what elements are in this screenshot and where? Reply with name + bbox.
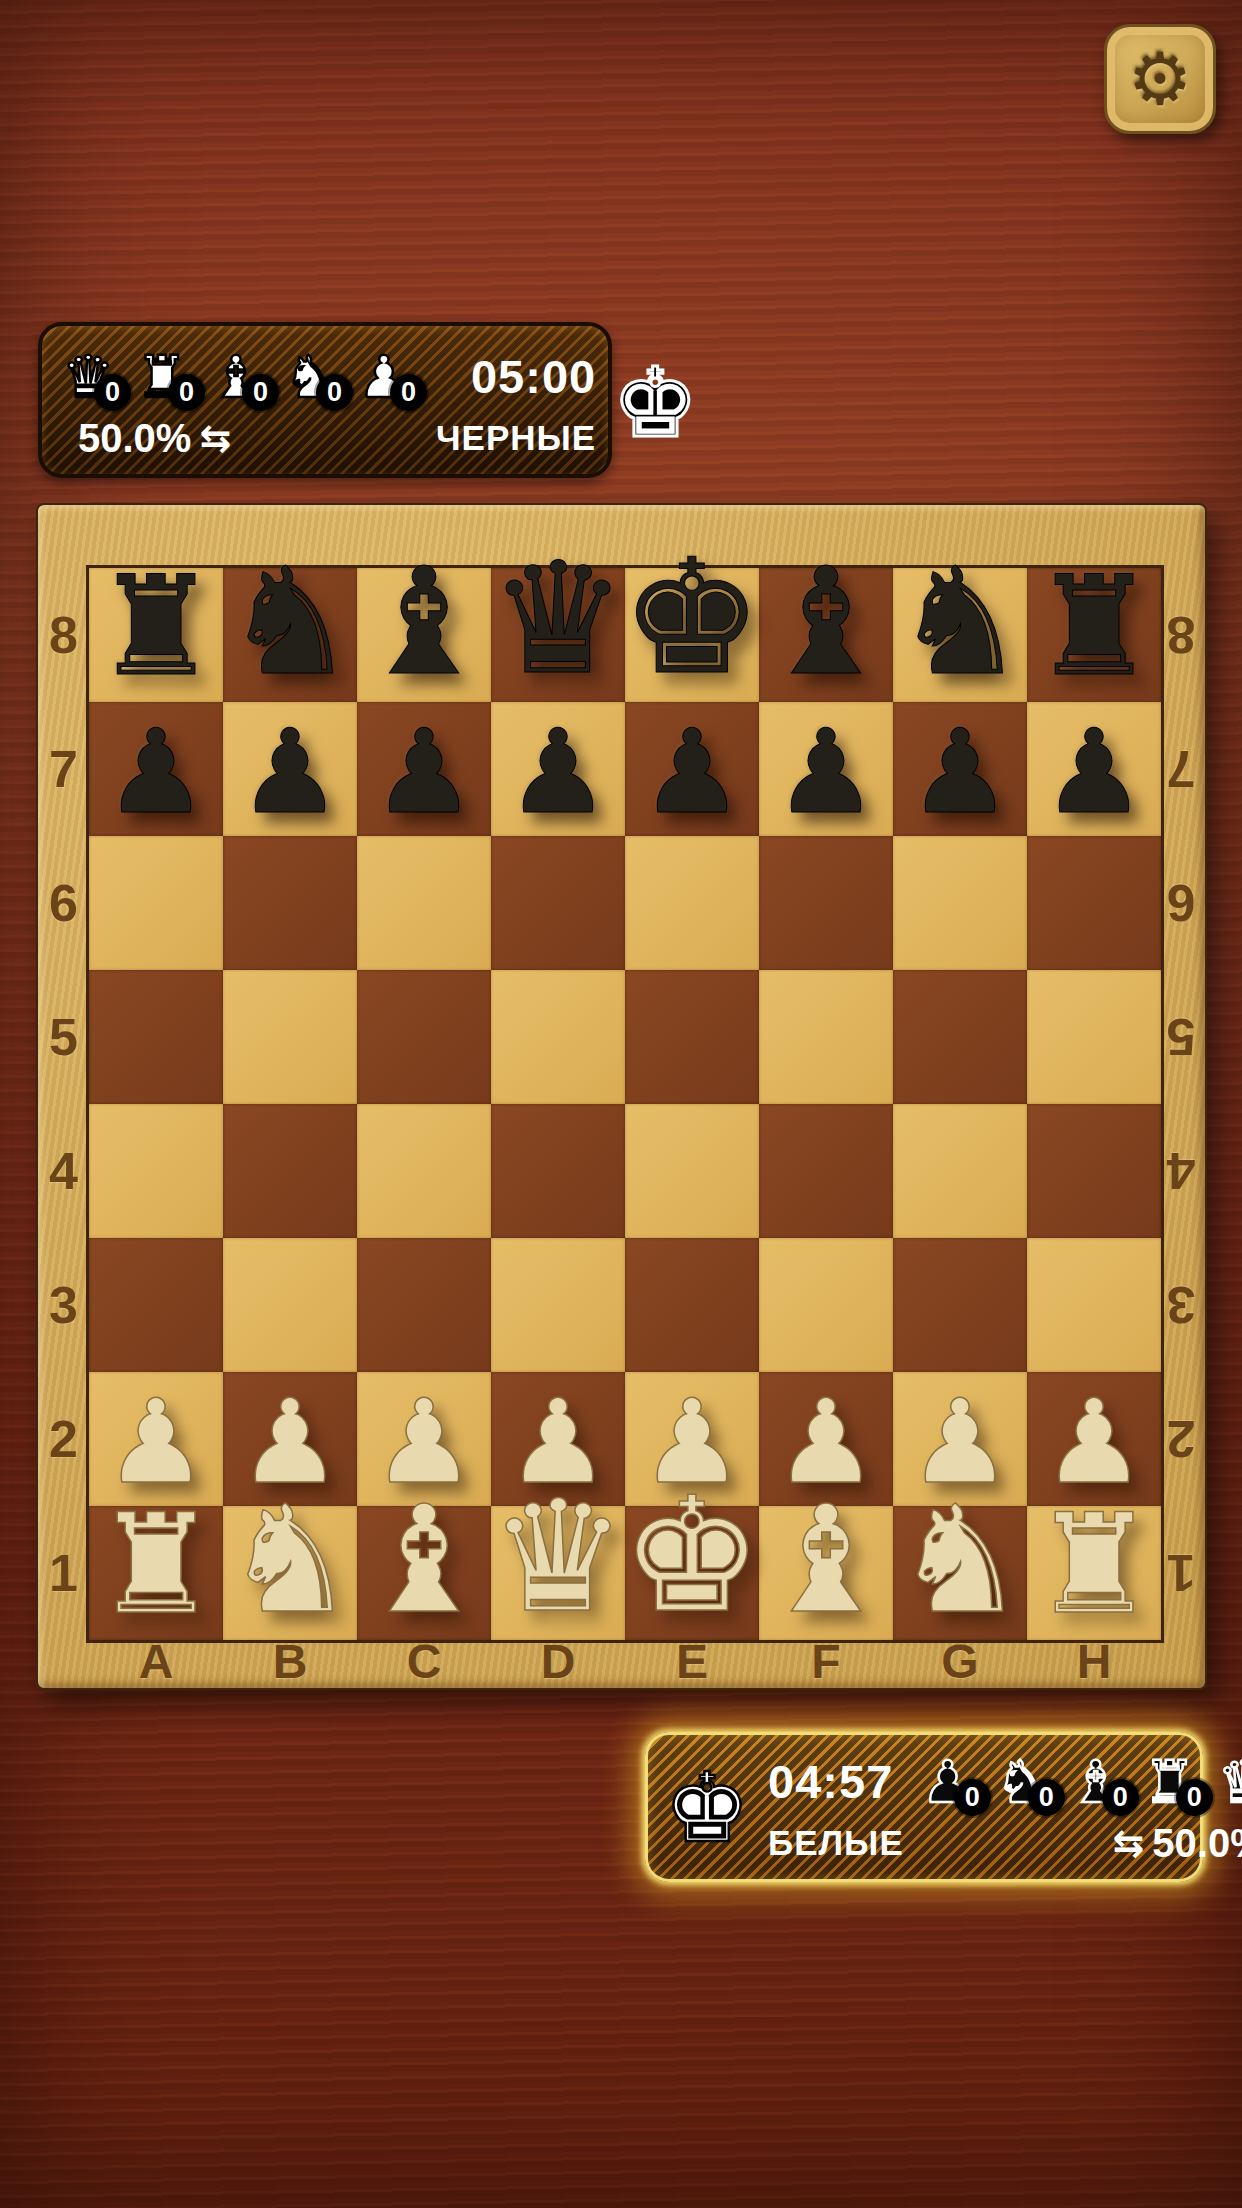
- black-clock: 05:00: [471, 352, 596, 401]
- square-f7[interactable]: ♟: [759, 702, 893, 836]
- swap-arrows-icon: ⇆: [199, 419, 231, 457]
- piece-white-knight[interactable]: ♞: [894, 1486, 1027, 1634]
- captured-pawn-count: 0: [954, 1779, 991, 1816]
- black-player-label: ЧЕРНЫЕ: [436, 419, 596, 458]
- piece-black-pawn[interactable]: ♟: [238, 714, 342, 830]
- square-f5[interactable]: [759, 970, 893, 1104]
- square-d3[interactable]: [491, 1238, 625, 1372]
- captured-queen-icon: ♛0: [1218, 1753, 1242, 1811]
- black-win-percent: 50.0% ⇆: [62, 418, 231, 458]
- piece-white-rook[interactable]: ♜: [1032, 1496, 1156, 1634]
- rank-labels-left: 87654321: [38, 568, 89, 1640]
- white-win-percent-value: 50.0%: [1152, 1823, 1242, 1863]
- piece-white-king[interactable]: ♚: [621, 1476, 763, 1634]
- rank-label-6-right: 6: [1157, 836, 1205, 970]
- square-a8[interactable]: ♜: [89, 568, 223, 702]
- square-h3[interactable]: [1027, 1238, 1161, 1372]
- white-clock: 04:57: [768, 1757, 893, 1806]
- piece-black-queen[interactable]: ♛: [489, 542, 627, 696]
- square-a6[interactable]: [89, 836, 223, 970]
- black-win-percent-value: 50.0%: [78, 418, 191, 458]
- piece-black-bishop[interactable]: ♝: [760, 548, 893, 696]
- square-e3[interactable]: [625, 1238, 759, 1372]
- square-e8[interactable]: ♚: [625, 568, 759, 702]
- settings-button[interactable]: ⚙: [1104, 24, 1216, 134]
- square-b7[interactable]: ♟: [223, 702, 357, 836]
- white-king-icon: ♚: [664, 1760, 750, 1856]
- square-h5[interactable]: [1027, 970, 1161, 1104]
- square-c7[interactable]: ♟: [357, 702, 491, 836]
- captured-pawn-count: 0: [390, 374, 427, 411]
- square-h6[interactable]: [1027, 836, 1161, 970]
- rank-label-3-right: 3: [1157, 1238, 1205, 1372]
- captured-pawn-icon: ♟0: [922, 1753, 974, 1811]
- rank-label-2-left: 2: [38, 1372, 89, 1506]
- swap-arrows-icon: ⇆: [1112, 1824, 1144, 1862]
- rank-label-1-right: 1: [1157, 1506, 1205, 1640]
- square-f4[interactable]: [759, 1104, 893, 1238]
- rank-label-7-left: 7: [38, 702, 89, 836]
- square-g5[interactable]: [893, 970, 1027, 1104]
- captured-knight-icon: ♞0: [284, 348, 336, 406]
- piece-black-rook[interactable]: ♜: [94, 558, 218, 696]
- captured-rook-count: 0: [1176, 1779, 1213, 1816]
- square-g8[interactable]: ♞: [893, 568, 1027, 702]
- square-g4[interactable]: [893, 1104, 1027, 1238]
- captured-rook-icon: ♜0: [1144, 1753, 1196, 1811]
- square-c8[interactable]: ♝: [357, 568, 491, 702]
- rank-label-8-right: 8: [1157, 568, 1205, 702]
- square-f1[interactable]: ♝: [759, 1506, 893, 1640]
- square-b3[interactable]: [223, 1238, 357, 1372]
- rank-label-5-left: 5: [38, 970, 89, 1104]
- app-background: ⚙ ♛0♜0♝0♞0♟0 05:00 50.0% ⇆ ЧЕРНЫЕ ♚ 8765…: [0, 0, 1242, 2208]
- captured-queen-icon: ♛0: [62, 348, 114, 406]
- captured-knight-count: 0: [316, 374, 353, 411]
- captured-queen-count: 0: [94, 374, 131, 411]
- rank-label-2-right: 2: [1157, 1372, 1205, 1506]
- captured-knight-count: 0: [1028, 1779, 1065, 1816]
- piece-black-pawn[interactable]: ♟: [104, 714, 208, 830]
- piece-black-knight[interactable]: ♞: [894, 548, 1027, 696]
- piece-white-bishop[interactable]: ♝: [760, 1486, 893, 1634]
- rank-label-5-right: 5: [1157, 970, 1205, 1104]
- square-e5[interactable]: [625, 970, 759, 1104]
- captured-bishop-count: 0: [242, 374, 279, 411]
- square-d7[interactable]: ♟: [491, 702, 625, 836]
- square-c3[interactable]: [357, 1238, 491, 1372]
- square-e1[interactable]: ♚: [625, 1506, 759, 1640]
- piece-black-bishop[interactable]: ♝: [358, 548, 491, 696]
- square-c6[interactable]: [357, 836, 491, 970]
- square-e6[interactable]: [625, 836, 759, 970]
- square-b8[interactable]: ♞: [223, 568, 357, 702]
- white-win-percent: ⇆ 50.0%: [1112, 1823, 1242, 1863]
- piece-white-knight[interactable]: ♞: [224, 1486, 357, 1634]
- file-label-h: H: [1027, 1638, 1161, 1686]
- square-b6[interactable]: [223, 836, 357, 970]
- square-a1[interactable]: ♜: [89, 1506, 223, 1640]
- piece-black-pawn[interactable]: ♟: [1042, 714, 1146, 830]
- square-c1[interactable]: ♝: [357, 1506, 491, 1640]
- square-c4[interactable]: [357, 1104, 491, 1238]
- rank-label-4-right: 4: [1157, 1104, 1205, 1238]
- piece-white-pawn[interactable]: ♟: [1042, 1384, 1146, 1500]
- square-d1[interactable]: ♛: [491, 1506, 625, 1640]
- square-e7[interactable]: ♟: [625, 702, 759, 836]
- white-player-label: БЕЛЫЕ: [768, 1824, 904, 1863]
- square-h1[interactable]: ♜: [1027, 1506, 1161, 1640]
- square-a3[interactable]: [89, 1238, 223, 1372]
- piece-black-pawn[interactable]: ♟: [506, 714, 610, 830]
- piece-black-pawn[interactable]: ♟: [774, 714, 878, 830]
- white-player-panel: ♚ 04:57 БЕЛЫЕ ♟0♞0♝0♜0♛0 ⇆ 50.0%: [645, 1732, 1203, 1882]
- square-a7[interactable]: ♟: [89, 702, 223, 836]
- square-d4[interactable]: [491, 1104, 625, 1238]
- square-g6[interactable]: [893, 836, 1027, 970]
- chess-board: 87654321 87654321 ABCDEFGH ♜♞♝♛♚♝♞♜♟♟♟♟♟…: [36, 503, 1207, 1690]
- captured-knight-icon: ♞0: [996, 1753, 1048, 1811]
- piece-white-bishop[interactable]: ♝: [358, 1486, 491, 1634]
- rank-label-8-left: 8: [38, 568, 89, 702]
- rank-label-6-left: 6: [38, 836, 89, 970]
- square-g1[interactable]: ♞: [893, 1506, 1027, 1640]
- black-king-icon: ♚: [612, 355, 698, 451]
- square-f3[interactable]: [759, 1238, 893, 1372]
- square-f8[interactable]: ♝: [759, 568, 893, 702]
- gear-icon: ⚙: [1128, 43, 1193, 115]
- white-captured-pieces-row: ♟0♞0♝0♜0♛0: [922, 1753, 1242, 1811]
- rank-label-4-left: 4: [38, 1104, 89, 1238]
- square-d5[interactable]: [491, 970, 625, 1104]
- rank-label-1-left: 1: [38, 1506, 89, 1640]
- piece-white-rook[interactable]: ♜: [94, 1496, 218, 1634]
- square-f6[interactable]: [759, 836, 893, 970]
- square-h8[interactable]: ♜: [1027, 568, 1161, 702]
- piece-black-pawn[interactable]: ♟: [908, 714, 1012, 830]
- piece-black-king[interactable]: ♚: [621, 538, 763, 696]
- square-b5[interactable]: [223, 970, 357, 1104]
- board-grid: ♜♞♝♛♚♝♞♜♟♟♟♟♟♟♟♟♟♟♟♟♟♟♟♟♜♞♝♛♚♝♞♜: [89, 568, 1161, 1640]
- square-c5[interactable]: [357, 970, 491, 1104]
- captured-rook-icon: ♜0: [136, 348, 188, 406]
- rank-label-3-left: 3: [38, 1238, 89, 1372]
- square-e4[interactable]: [625, 1104, 759, 1238]
- captured-rook-count: 0: [168, 374, 205, 411]
- rank-label-7-right: 7: [1157, 702, 1205, 836]
- square-g7[interactable]: ♟: [893, 702, 1027, 836]
- black-player-panel: ♛0♜0♝0♞0♟0 05:00 50.0% ⇆ ЧЕРНЫЕ ♚: [38, 322, 612, 478]
- square-b4[interactable]: [223, 1104, 357, 1238]
- captured-bishop-icon: ♝0: [1070, 1753, 1122, 1811]
- rank-labels-right: 87654321: [1157, 568, 1205, 1640]
- captured-bishop-icon: ♝0: [210, 348, 262, 406]
- piece-white-queen[interactable]: ♛: [489, 1480, 627, 1634]
- square-a5[interactable]: [89, 970, 223, 1104]
- piece-black-knight[interactable]: ♞: [224, 548, 357, 696]
- square-g3[interactable]: [893, 1238, 1027, 1372]
- file-label-a: A: [89, 1638, 223, 1686]
- square-b1[interactable]: ♞: [223, 1506, 357, 1640]
- square-d6[interactable]: [491, 836, 625, 970]
- piece-black-pawn[interactable]: ♟: [372, 714, 476, 830]
- piece-white-pawn[interactable]: ♟: [104, 1384, 208, 1500]
- square-h4[interactable]: [1027, 1104, 1161, 1238]
- piece-black-rook[interactable]: ♜: [1032, 558, 1156, 696]
- square-a4[interactable]: [89, 1104, 223, 1238]
- captured-pawn-icon: ♟0: [358, 348, 410, 406]
- square-d8[interactable]: ♛: [491, 568, 625, 702]
- black-captured-pieces-row: ♛0♜0♝0♞0♟0: [62, 348, 420, 406]
- piece-black-pawn[interactable]: ♟: [640, 714, 744, 830]
- captured-bishop-count: 0: [1102, 1779, 1139, 1816]
- square-h7[interactable]: ♟: [1027, 702, 1161, 836]
